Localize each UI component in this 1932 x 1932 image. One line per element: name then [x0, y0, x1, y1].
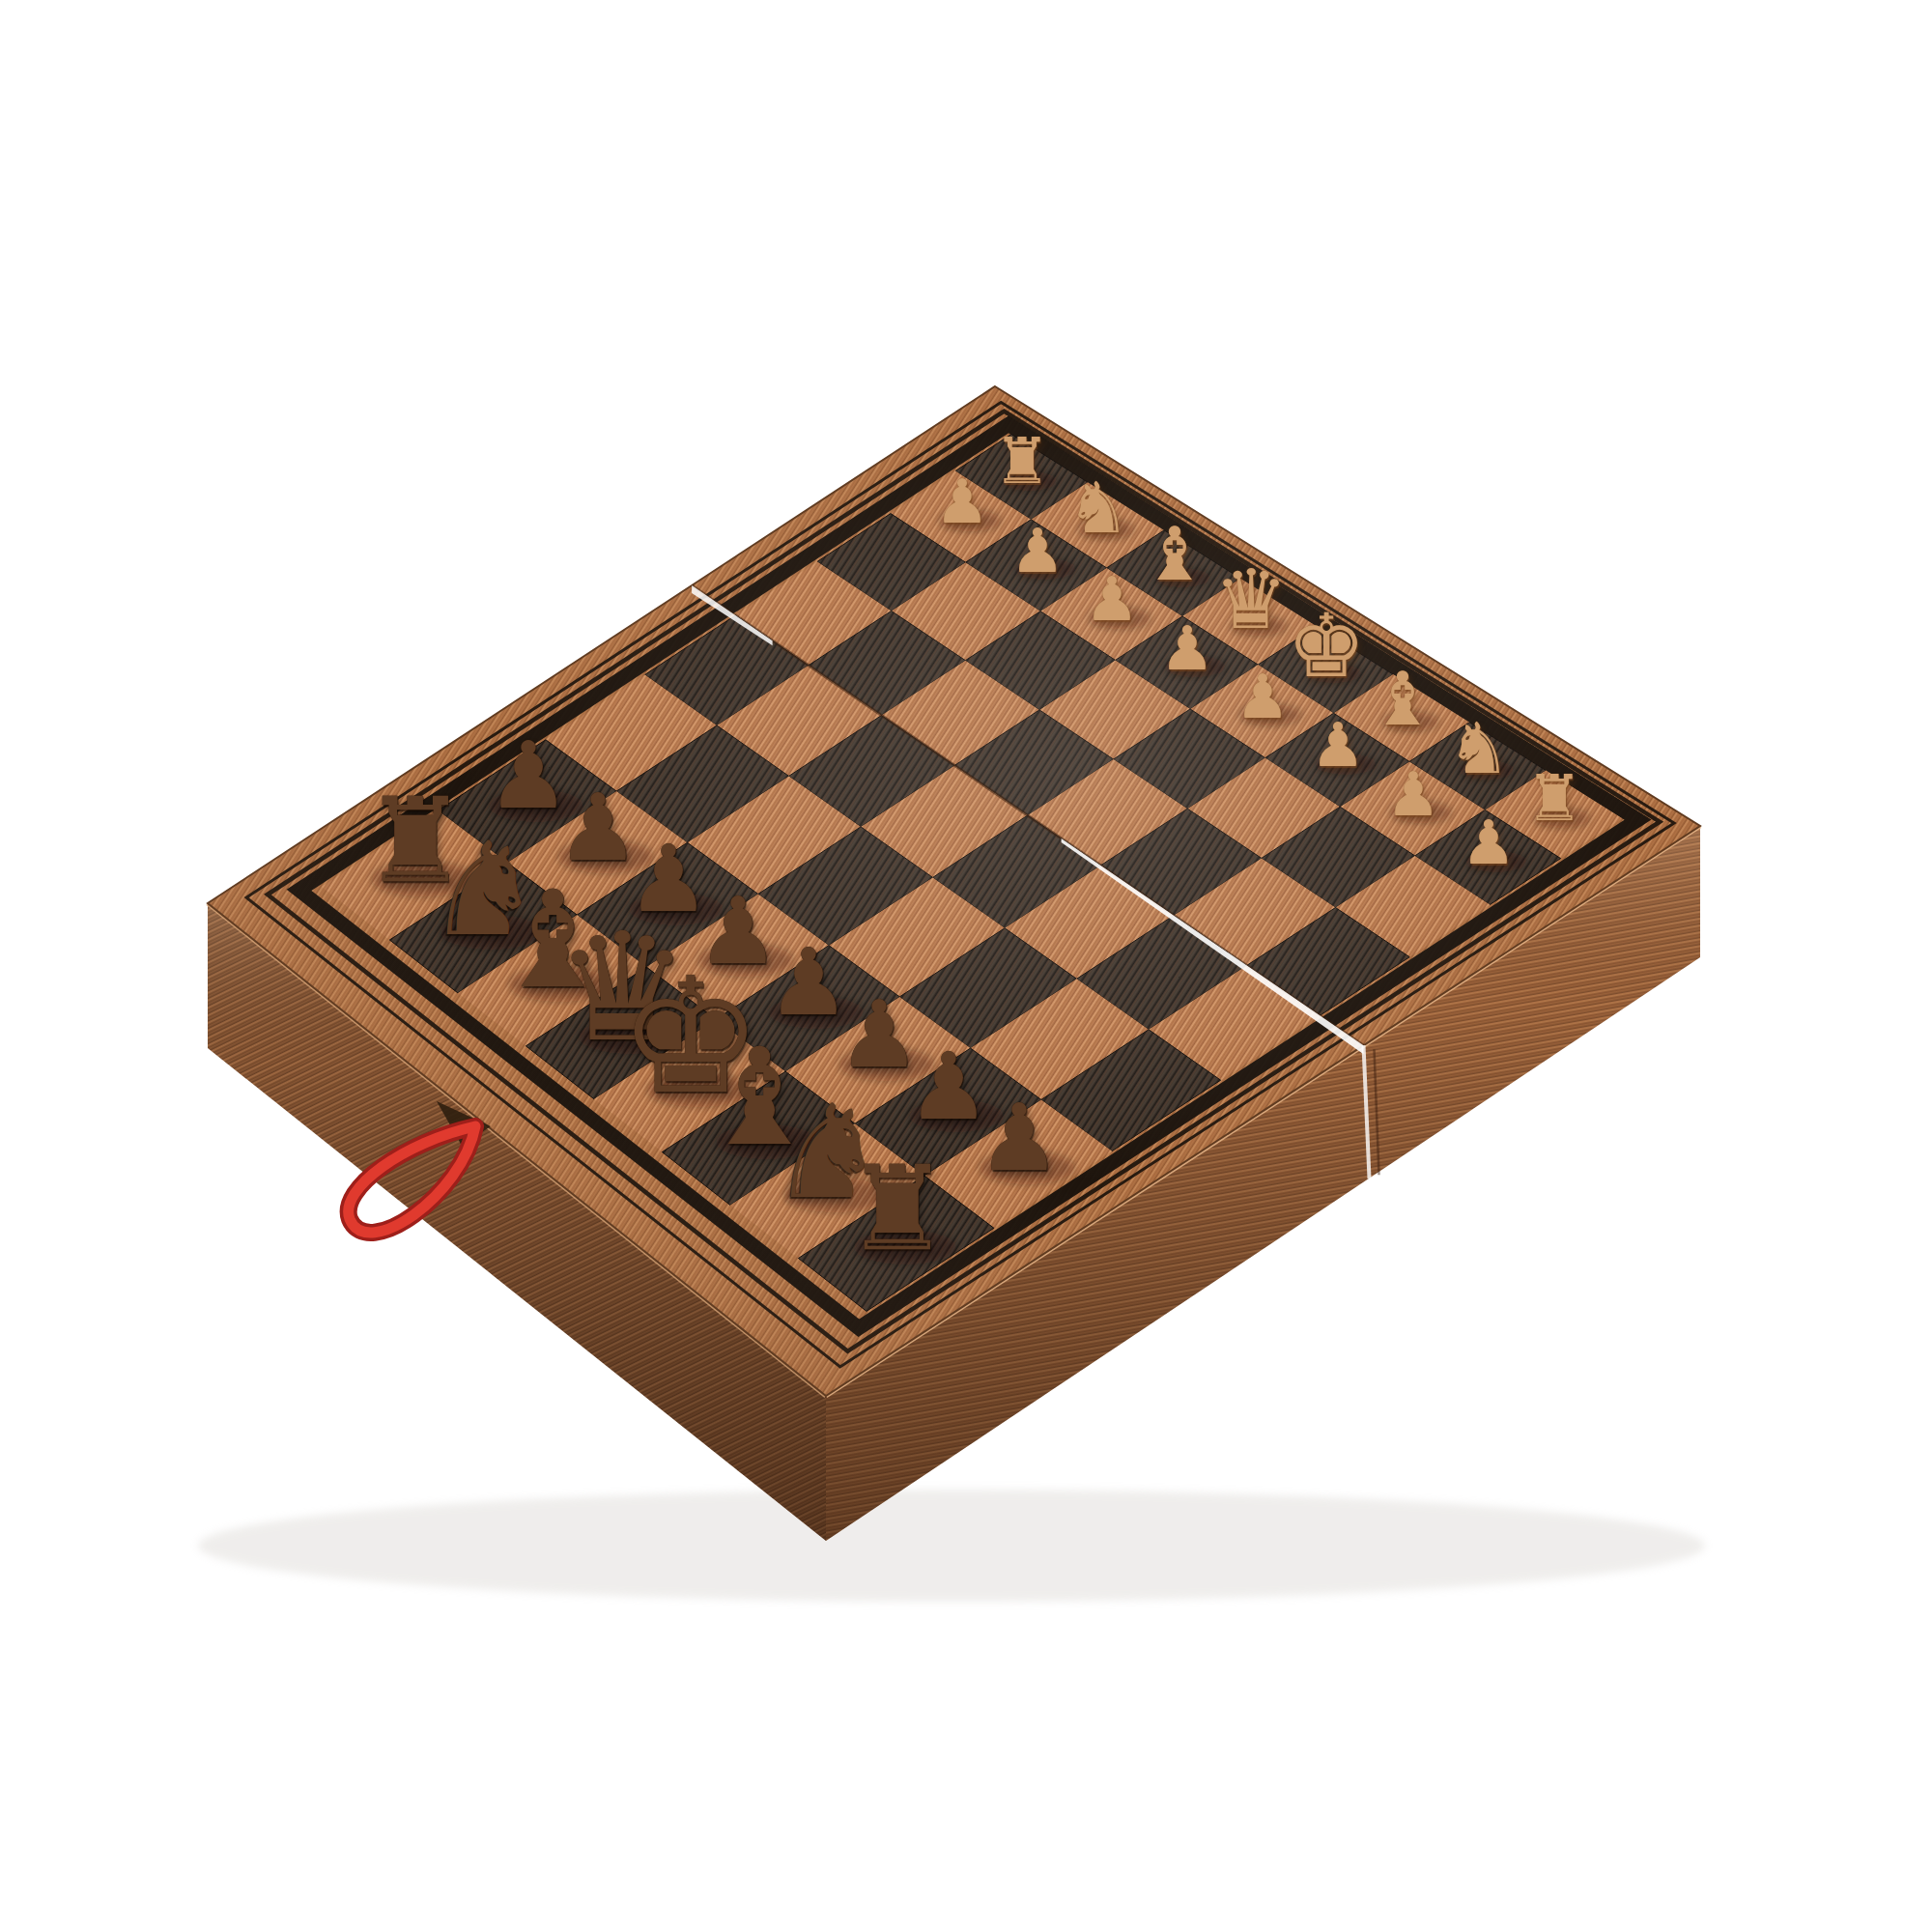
dark-rook[interactable]: ♜ [845, 1151, 950, 1267]
light-pawn[interactable]: ♟ [1462, 812, 1516, 873]
light-knight[interactable]: ♞ [1066, 472, 1129, 543]
chess-board [0, 0, 1932, 1932]
light-pawn[interactable]: ♟ [1010, 521, 1065, 582]
product-photo-scene: ♜♞♝♛♚♝♞♜♟♟♟♟♟♟♟♟♟♟♟♟♟♟♟♟♜♞♝♛♚♝♞♜ [0, 0, 1932, 1932]
light-bishop[interactable]: ♝ [1142, 518, 1207, 591]
light-rook[interactable]: ♜ [1525, 767, 1582, 831]
light-queen[interactable]: ♛ [1214, 558, 1288, 640]
light-knight[interactable]: ♞ [1447, 713, 1510, 783]
light-rook[interactable]: ♜ [993, 430, 1050, 494]
light-bishop[interactable]: ♝ [1370, 663, 1435, 736]
light-pawn[interactable]: ♟ [1160, 618, 1214, 679]
light-pawn[interactable]: ♟ [1386, 764, 1440, 825]
light-pawn[interactable]: ♟ [1085, 569, 1139, 630]
dark-pawn[interactable]: ♟ [978, 1092, 1061, 1184]
ground-shadow [198, 1490, 1705, 1602]
light-pawn[interactable]: ♟ [935, 471, 989, 532]
light-king[interactable]: ♚ [1287, 602, 1366, 690]
light-pawn[interactable]: ♟ [1236, 667, 1290, 727]
light-pawn[interactable]: ♟ [1311, 715, 1365, 776]
